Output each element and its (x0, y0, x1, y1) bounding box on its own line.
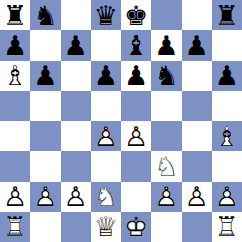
white-queen: ♛♕ (91, 212, 121, 242)
square-f2[interactable]: ♟♙ (151, 182, 181, 212)
square-d5[interactable] (91, 91, 121, 121)
square-b7[interactable] (30, 30, 60, 60)
white-bishop: ♝♗ (212, 121, 242, 151)
black-knight: ♞ (30, 0, 60, 30)
square-a7[interactable]: ♟ (0, 30, 30, 60)
square-g6[interactable] (182, 61, 212, 91)
square-h3[interactable] (212, 151, 242, 181)
white-bishop: ♝♗ (0, 61, 30, 91)
square-b2[interactable]: ♟♙ (30, 182, 60, 212)
square-c1[interactable] (61, 212, 91, 242)
square-c5[interactable] (61, 91, 91, 121)
white-pawn: ♟♙ (91, 121, 121, 151)
black-pawn: ♟ (151, 30, 181, 60)
square-d8[interactable]: ♛ (91, 0, 121, 30)
white-pawn: ♟♙ (30, 182, 60, 212)
square-g2[interactable]: ♟♙ (182, 182, 212, 212)
white-pawn: ♟♙ (121, 121, 151, 151)
black-pawn: ♟ (30, 61, 60, 91)
black-bishop: ♝ (121, 30, 151, 60)
square-f7[interactable]: ♟ (151, 30, 181, 60)
square-c7[interactable]: ♟ (61, 30, 91, 60)
square-g7[interactable]: ♟ (182, 30, 212, 60)
square-e3[interactable] (121, 151, 151, 181)
square-b1[interactable] (30, 212, 60, 242)
white-pawn: ♟♙ (151, 182, 181, 212)
square-e2[interactable] (121, 182, 151, 212)
black-king: ♚ (121, 0, 151, 30)
square-a4[interactable] (0, 121, 30, 151)
square-h2[interactable]: ♟♙ (212, 182, 242, 212)
black-pawn: ♟ (91, 61, 121, 91)
square-h1[interactable]: ♜♖ (212, 212, 242, 242)
square-b5[interactable] (30, 91, 60, 121)
white-knight: ♞♘ (151, 151, 181, 181)
square-a1[interactable]: ♜♖ (0, 212, 30, 242)
white-knight: ♞♘ (91, 182, 121, 212)
chess-board: ♜♞♛♚♜♟♟♝♟♟♝♗♟♟♟♞♟♟♙♟♙♝♗♞♘♟♙♟♙♟♙♞♘♟♙♟♙♟♙♜… (0, 0, 242, 242)
white-king: ♚♔ (121, 212, 151, 242)
square-c3[interactable] (61, 151, 91, 181)
square-c8[interactable] (61, 0, 91, 30)
square-f1[interactable] (151, 212, 181, 242)
square-h8[interactable]: ♜ (212, 0, 242, 30)
square-g5[interactable] (182, 91, 212, 121)
black-pawn: ♟ (121, 61, 151, 91)
square-g8[interactable] (182, 0, 212, 30)
square-h7[interactable] (212, 30, 242, 60)
square-e1[interactable]: ♚♔ (121, 212, 151, 242)
square-f6[interactable]: ♞ (151, 61, 181, 91)
square-a6[interactable]: ♝♗ (0, 61, 30, 91)
white-pawn: ♟♙ (182, 182, 212, 212)
white-rook: ♜♖ (0, 212, 30, 242)
white-pawn: ♟♙ (212, 182, 242, 212)
square-d6[interactable]: ♟ (91, 61, 121, 91)
square-f4[interactable] (151, 121, 181, 151)
square-h6[interactable]: ♟ (212, 61, 242, 91)
square-b3[interactable] (30, 151, 60, 181)
square-e5[interactable] (121, 91, 151, 121)
square-d1[interactable]: ♛♕ (91, 212, 121, 242)
square-e7[interactable]: ♝ (121, 30, 151, 60)
square-b4[interactable] (30, 121, 60, 151)
square-d3[interactable] (91, 151, 121, 181)
square-c2[interactable]: ♟♙ (61, 182, 91, 212)
square-d2[interactable]: ♞♘ (91, 182, 121, 212)
square-f3[interactable]: ♞♘ (151, 151, 181, 181)
black-rook: ♜ (0, 0, 30, 30)
square-e4[interactable]: ♟♙ (121, 121, 151, 151)
black-knight: ♞ (151, 61, 181, 91)
black-pawn: ♟ (182, 30, 212, 60)
white-pawn: ♟♙ (61, 182, 91, 212)
square-c6[interactable] (61, 61, 91, 91)
square-d4[interactable]: ♟♙ (91, 121, 121, 151)
square-e8[interactable]: ♚ (121, 0, 151, 30)
black-rook: ♜ (212, 0, 242, 30)
black-queen: ♛ (91, 0, 121, 30)
black-pawn: ♟ (0, 30, 30, 60)
square-a8[interactable]: ♜ (0, 0, 30, 30)
black-pawn: ♟ (212, 61, 242, 91)
square-a2[interactable]: ♟♙ (0, 182, 30, 212)
square-f5[interactable] (151, 91, 181, 121)
square-g4[interactable] (182, 121, 212, 151)
square-g1[interactable] (182, 212, 212, 242)
square-h4[interactable]: ♝♗ (212, 121, 242, 151)
white-rook: ♜♖ (212, 212, 242, 242)
square-a5[interactable] (0, 91, 30, 121)
square-h5[interactable] (212, 91, 242, 121)
square-f8[interactable] (151, 0, 181, 30)
square-g3[interactable] (182, 151, 212, 181)
square-b6[interactable]: ♟ (30, 61, 60, 91)
square-a3[interactable] (0, 151, 30, 181)
white-pawn: ♟♙ (0, 182, 30, 212)
square-c4[interactable] (61, 121, 91, 151)
black-pawn: ♟ (61, 30, 91, 60)
square-d7[interactable] (91, 30, 121, 60)
square-e6[interactable]: ♟ (121, 61, 151, 91)
square-b8[interactable]: ♞ (30, 0, 60, 30)
